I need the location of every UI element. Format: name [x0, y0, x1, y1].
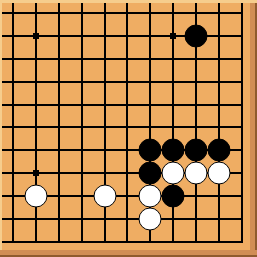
grid-horizontal-line: [0, 241, 243, 243]
white-stone: [25, 185, 48, 208]
black-stone: [185, 25, 208, 48]
go-board[interactable]: [0, 0, 257, 257]
star-point-hoshi: [170, 33, 176, 39]
white-stone: [208, 162, 231, 185]
white-stone: [139, 208, 162, 231]
black-stone: [185, 139, 208, 162]
white-stone: [162, 162, 185, 185]
white-stone: [185, 162, 208, 185]
grid-vertical-line: [218, 0, 220, 243]
grid-vertical-line: [126, 0, 128, 243]
grid-horizontal-line: [0, 81, 243, 83]
white-stone: [139, 185, 162, 208]
black-stone: [162, 185, 185, 208]
star-point-hoshi: [33, 33, 39, 39]
board-edge-shadow-bottom: [0, 250, 257, 257]
grid-horizontal-line: [0, 104, 243, 106]
black-stone: [162, 139, 185, 162]
grid-vertical-line: [241, 0, 243, 243]
board-edge-shadow-right: [250, 3, 257, 257]
white-stone: [94, 185, 117, 208]
grid-vertical-line: [81, 0, 83, 243]
black-stone: [139, 162, 162, 185]
board-edge-highlight-top: [0, 0, 257, 3]
grid-vertical-line: [58, 0, 60, 243]
grid-horizontal-line: [0, 126, 243, 128]
black-stone: [208, 139, 231, 162]
board-edge-highlight-left: [0, 0, 2, 250]
star-point-hoshi: [33, 170, 39, 176]
grid-horizontal-line: [0, 218, 243, 220]
grid-horizontal-line: [0, 58, 243, 60]
black-stone: [139, 139, 162, 162]
